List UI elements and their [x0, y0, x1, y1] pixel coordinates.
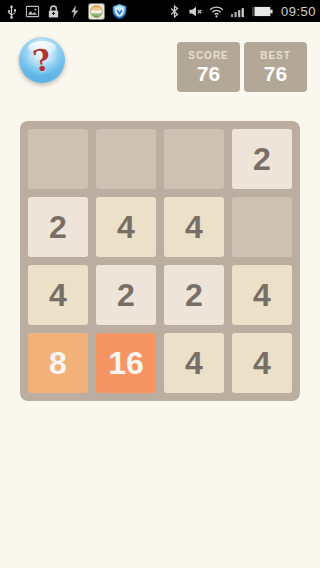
tile-2: 2	[96, 265, 156, 325]
tile-4: 4	[232, 333, 292, 393]
best-box: BEST 76	[244, 42, 307, 92]
status-time: 09:50	[281, 4, 316, 19]
bluetooth-icon	[167, 4, 182, 19]
tile-8: 8	[28, 333, 88, 393]
flash-icon	[67, 4, 82, 19]
image-icon	[25, 4, 40, 19]
app-icon	[88, 3, 105, 20]
tile-4: 4	[164, 333, 224, 393]
question-mark-icon: ?	[30, 41, 53, 79]
status-icons-left	[4, 3, 128, 20]
help-button[interactable]: ?	[19, 37, 65, 83]
best-value: 76	[264, 62, 287, 85]
cell-r0-c0	[28, 129, 88, 189]
tile-4: 4	[232, 265, 292, 325]
tile-4: 4	[164, 197, 224, 257]
battery-icon	[251, 4, 273, 19]
score-label: SCORE	[188, 50, 229, 62]
tile-4: 4	[96, 197, 156, 257]
score-box: SCORE 76	[177, 42, 240, 92]
tile-16: 16	[96, 333, 156, 393]
volume-muted-icon	[188, 4, 203, 19]
lock-icon	[46, 4, 61, 19]
tile-4: 4	[28, 265, 88, 325]
wifi-icon	[209, 4, 224, 19]
cell-r1-c3	[232, 197, 292, 257]
usb-icon	[4, 4, 19, 19]
status-bar: 09:50	[0, 0, 320, 22]
tile-2: 2	[232, 129, 292, 189]
app-screen: 09:50 ? SCORE 76 BEST 76 2 2 4 4 4 2 2 4…	[0, 0, 320, 568]
cell-r0-c1	[96, 129, 156, 189]
best-label: BEST	[260, 50, 291, 62]
tile-2: 2	[164, 265, 224, 325]
tile-2: 2	[28, 197, 88, 257]
score-value: 76	[197, 62, 220, 85]
shield-icon	[111, 3, 128, 20]
game-board[interactable]: 2 2 4 4 4 2 2 4 8 16 4 4	[20, 121, 300, 401]
signal-icon	[230, 4, 245, 19]
status-icons-right: 09:50	[167, 4, 316, 19]
cell-r0-c2	[164, 129, 224, 189]
